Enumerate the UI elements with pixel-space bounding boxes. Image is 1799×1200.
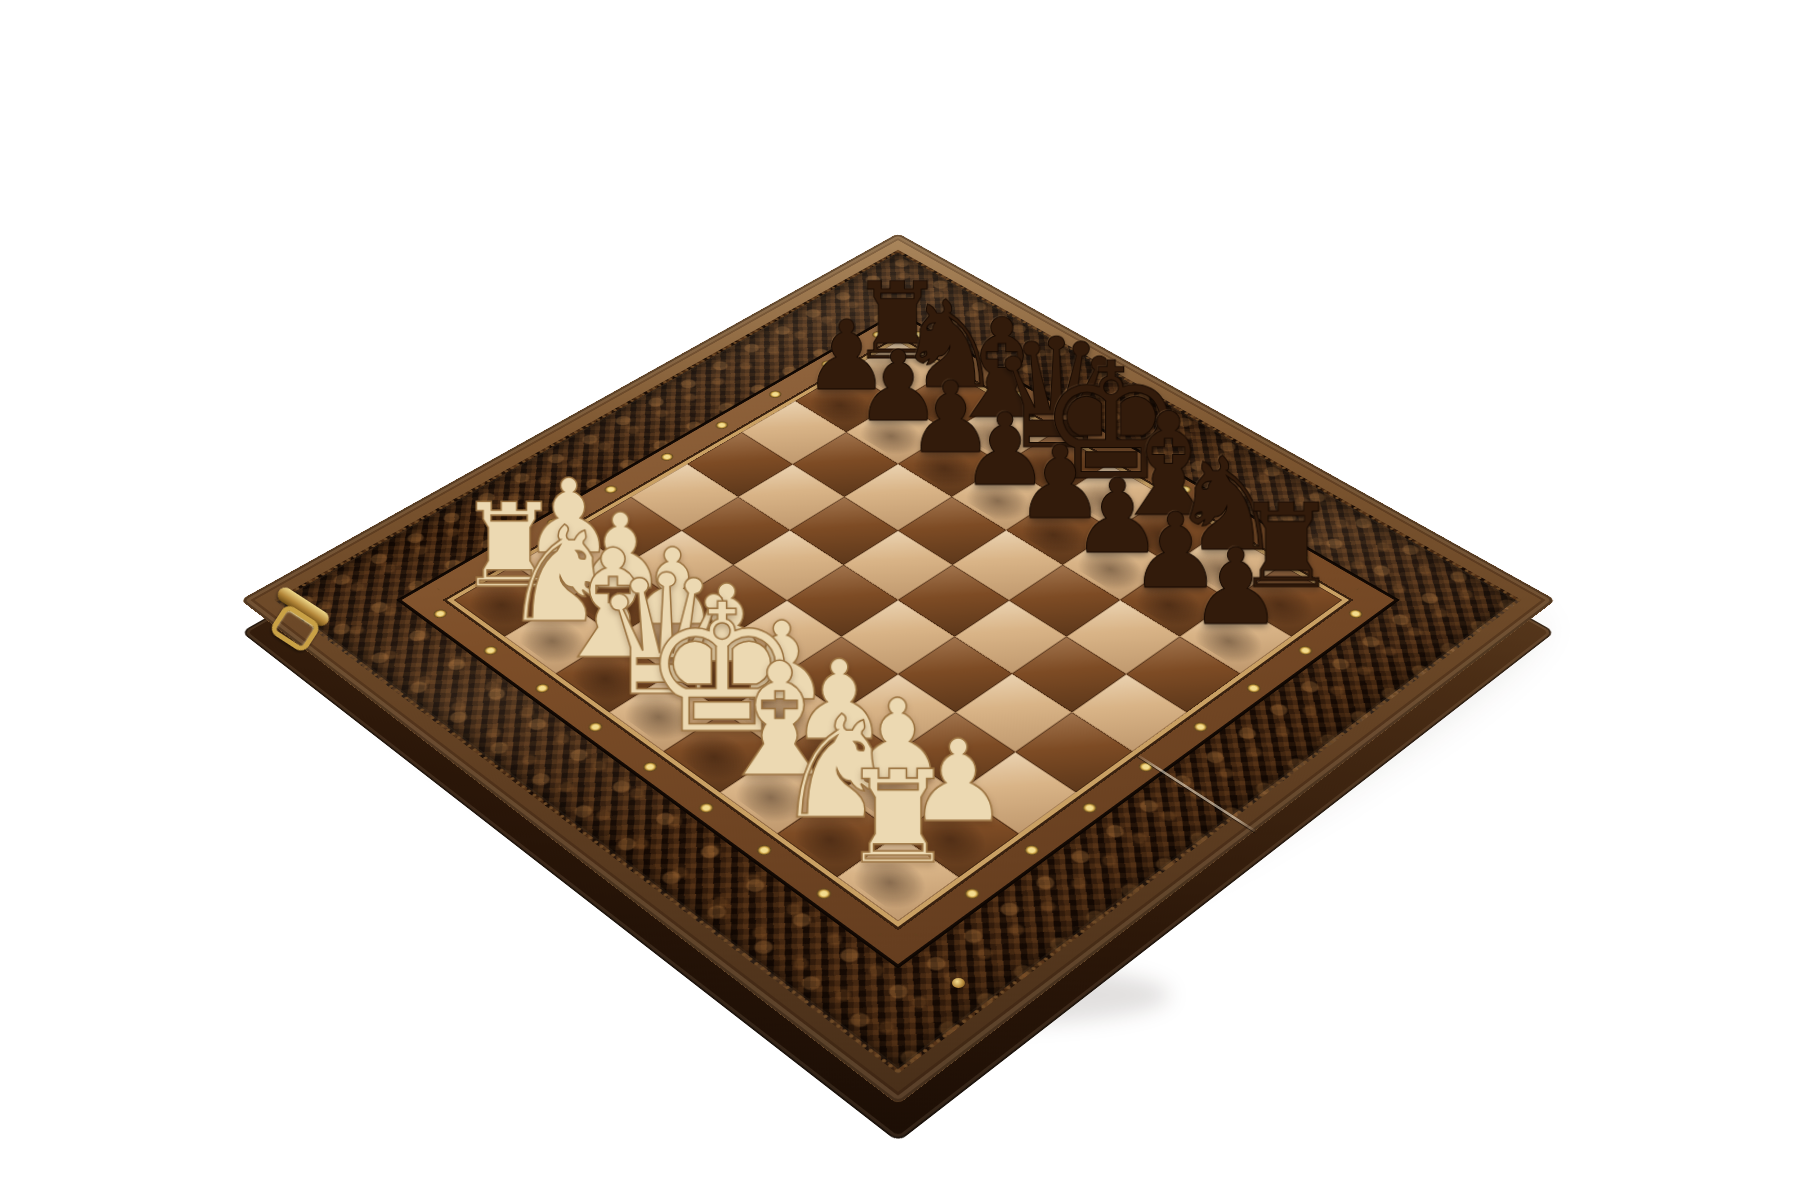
box-top: ♜♞♝♛♚♝♞♜♟♟♟♟♟♟♟♟♟♟♟♟♟♟♟♟♜♞♝♛♚♝♞♜ [240, 233, 1555, 1104]
black-pawn-h7[interactable]: ♟ [1188, 539, 1282, 636]
chess-box: ♜♞♝♛♚♝♞♜♟♟♟♟♟♟♟♟♟♟♟♟♟♟♟♟♜♞♝♛♚♝♞♜ [240, 233, 1555, 1104]
white-rook-h1[interactable]: ♜ [841, 759, 956, 877]
photo-stage: ♜♞♝♛♚♝♞♜♟♟♟♟♟♟♟♟♟♟♟♟♟♟♟♟♜♞♝♛♚♝♞♜ [0, 0, 1799, 1200]
hinge-pin-icon [952, 978, 965, 988]
